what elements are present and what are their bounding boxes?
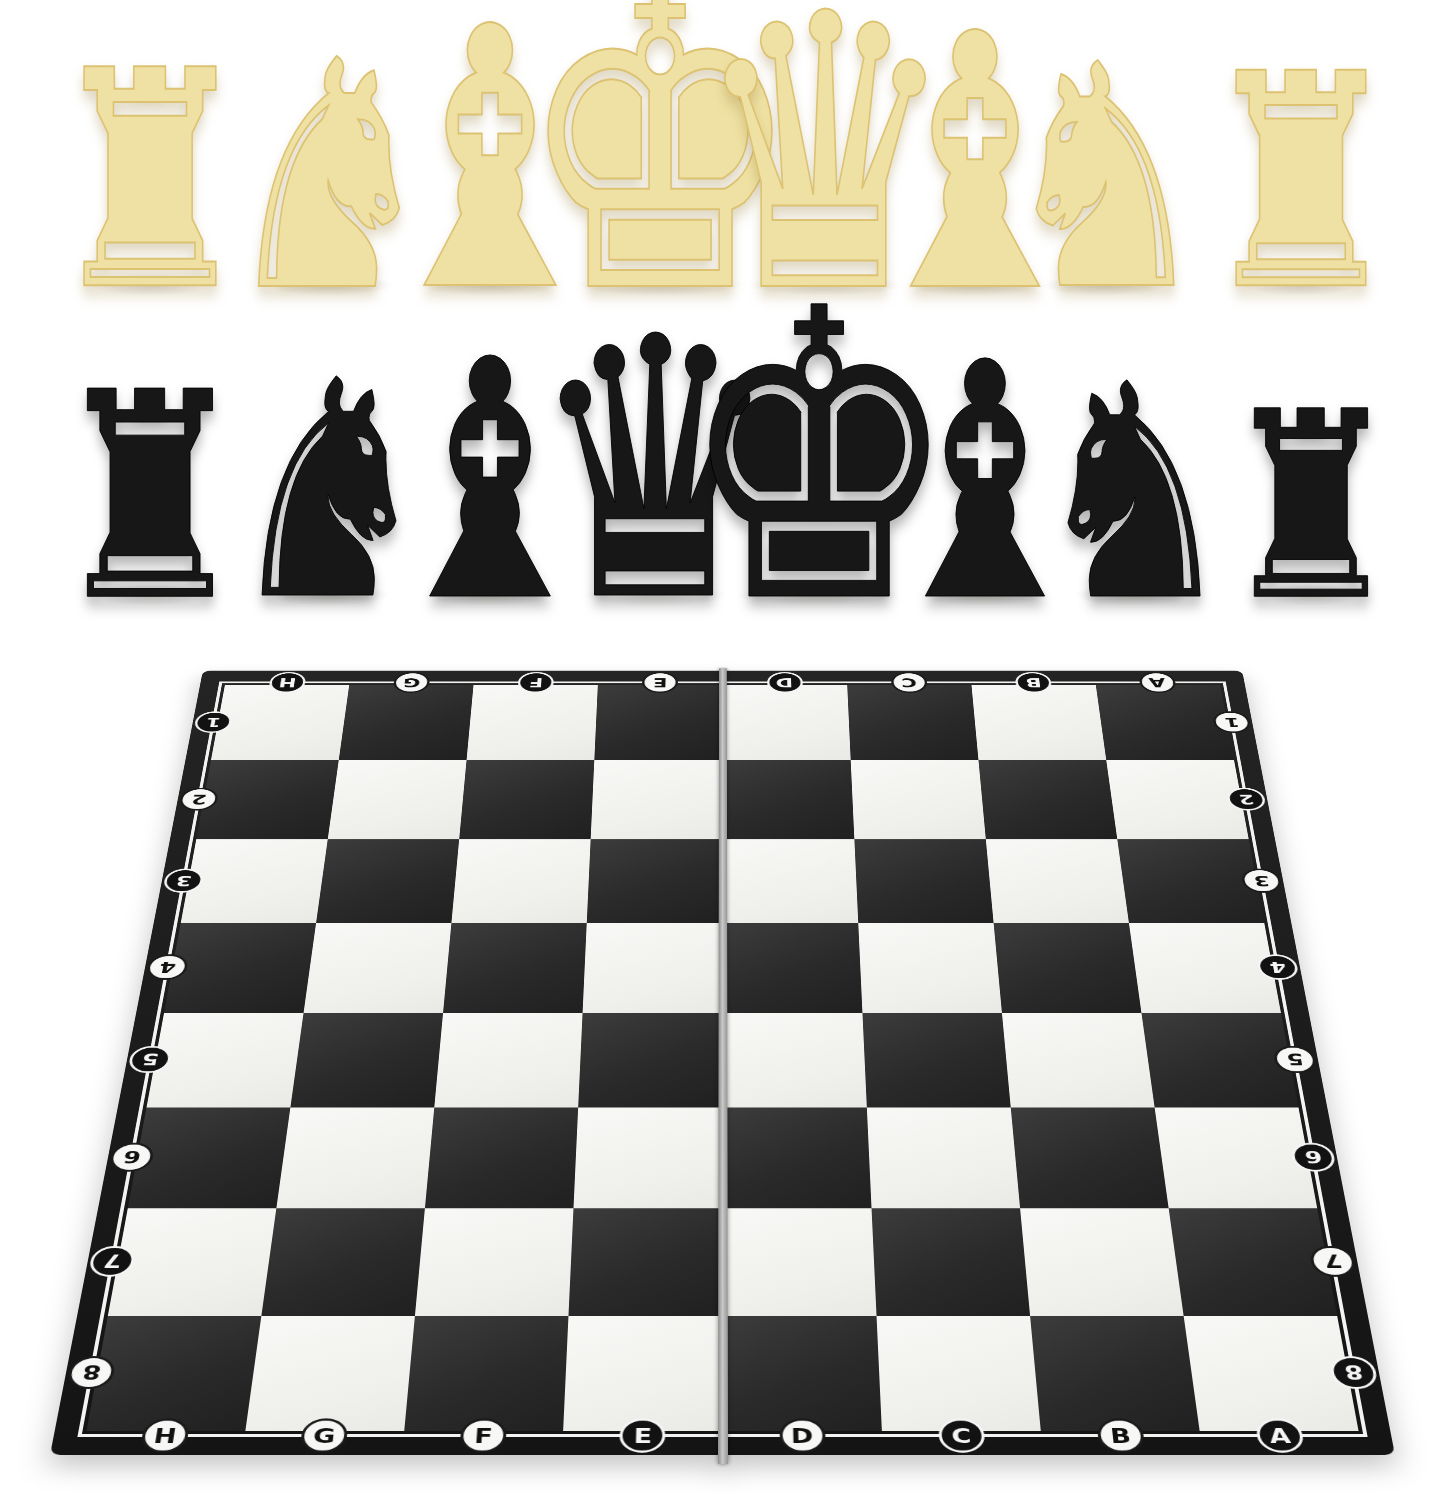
label-text: 6 <box>1303 1147 1324 1167</box>
label-text: 8 <box>1342 1361 1365 1383</box>
square-f7 <box>415 1208 574 1316</box>
square-g3 <box>316 839 459 923</box>
square-d8 <box>723 1316 882 1431</box>
label-text: D <box>776 675 794 689</box>
label-text: 5 <box>1285 1050 1305 1068</box>
file-label-bottom-d: D <box>779 1418 826 1452</box>
file-label-bottom-e: E <box>620 1418 667 1452</box>
square-f2 <box>459 760 594 839</box>
square-e5 <box>579 1013 723 1108</box>
label-text: 4 <box>158 959 177 976</box>
square-c5 <box>862 1013 1010 1108</box>
square-d1 <box>723 685 851 760</box>
black-rook-glyph: ♜ <box>51 355 250 640</box>
file-label-top-c: C <box>890 672 927 693</box>
square-g8 <box>245 1316 415 1431</box>
label-text: H <box>152 1424 178 1447</box>
file-label-bottom-f: F <box>459 1418 507 1452</box>
square-e8 <box>563 1316 722 1431</box>
square-f4 <box>443 923 587 1012</box>
square-e6 <box>574 1107 723 1208</box>
square-c7 <box>871 1208 1030 1316</box>
square-b1 <box>971 685 1106 760</box>
square-d7 <box>723 1208 877 1316</box>
file-label-bottom-c: C <box>937 1418 985 1452</box>
label-text: A <box>1148 675 1167 689</box>
label-text: H <box>278 675 298 689</box>
square-c6 <box>866 1107 1019 1208</box>
black-pieces-row: ♜♞♝♛♚♝♞♜ <box>0 302 1445 602</box>
black-knight-glyph: ♞ <box>1031 346 1238 642</box>
label-text: 5 <box>140 1050 160 1068</box>
square-d3 <box>723 839 858 923</box>
square-h1 <box>211 685 349 760</box>
square-d5 <box>723 1013 867 1108</box>
label-text: D <box>791 1424 814 1447</box>
label-text: 3 <box>1252 873 1271 889</box>
square-c1 <box>847 685 978 760</box>
label-text: 4 <box>1268 959 1287 976</box>
label-text: E <box>653 675 668 689</box>
label-text: C <box>951 1424 972 1447</box>
file-label-top-d: D <box>767 672 803 693</box>
square-h3 <box>181 839 328 923</box>
chessboard: HGFEDCBAHGFEDCBA1234567812345678 <box>50 671 1395 1455</box>
label-text: F <box>528 675 543 689</box>
square-h2 <box>196 760 339 839</box>
square-c3 <box>854 839 993 923</box>
label-text: 7 <box>1322 1251 1344 1272</box>
label-text: A <box>1268 1424 1293 1447</box>
square-e1 <box>595 685 723 760</box>
square-g6 <box>276 1107 434 1208</box>
label-text: F <box>474 1424 494 1447</box>
square-c2 <box>850 760 985 839</box>
black-rook-glyph: ♜ <box>1220 378 1400 636</box>
square-g2 <box>328 760 467 839</box>
square-b4 <box>993 923 1141 1012</box>
square-c4 <box>858 923 1002 1012</box>
square-g1 <box>339 685 474 760</box>
label-text: 2 <box>1237 792 1255 807</box>
square-c8 <box>876 1316 1040 1431</box>
white-rook-glyph: ♜ <box>1197 36 1403 331</box>
label-text: 1 <box>1223 715 1241 730</box>
square-e7 <box>569 1208 723 1316</box>
label-text: 3 <box>174 873 193 889</box>
square-b3 <box>986 839 1129 923</box>
square-b5 <box>1002 1013 1155 1108</box>
square-g5 <box>291 1013 444 1108</box>
label-text: 7 <box>101 1251 123 1272</box>
square-e2 <box>591 760 723 839</box>
label-text: B <box>1109 1424 1132 1447</box>
label-text: G <box>312 1424 337 1447</box>
square-g4 <box>304 923 452 1012</box>
square-f6 <box>425 1107 578 1208</box>
square-e4 <box>583 923 723 1012</box>
square-d6 <box>723 1107 872 1208</box>
square-d2 <box>723 760 855 839</box>
chess-set-product-photo: ♜♞♝♚♛♝♞♜ ♜♞♝♛♚♝♞♜ HGFEDCBAHGFEDCBA123456… <box>0 0 1445 1493</box>
label-text: C <box>901 675 917 689</box>
label-text: E <box>633 1424 652 1447</box>
square-b7 <box>1020 1208 1184 1316</box>
board-scene: HGFEDCBAHGFEDCBA1234567812345678 <box>0 600 1445 1493</box>
square-b6 <box>1010 1107 1168 1208</box>
square-b8 <box>1030 1316 1200 1431</box>
square-f1 <box>467 685 598 760</box>
square-d4 <box>723 923 863 1012</box>
label-text: 8 <box>80 1361 103 1383</box>
label-text: 6 <box>121 1147 142 1167</box>
label-text: G <box>402 675 421 689</box>
square-f8 <box>404 1316 568 1431</box>
square-f3 <box>452 839 591 923</box>
label-text: B <box>1024 675 1042 689</box>
square-f5 <box>435 1013 583 1108</box>
label-text: 2 <box>190 792 208 807</box>
square-g7 <box>261 1208 425 1316</box>
square-e3 <box>587 839 722 923</box>
label-text: 1 <box>205 715 223 730</box>
board-fold-line <box>717 668 727 1464</box>
square-b2 <box>978 760 1117 839</box>
white-knight-glyph: ♞ <box>998 25 1213 333</box>
